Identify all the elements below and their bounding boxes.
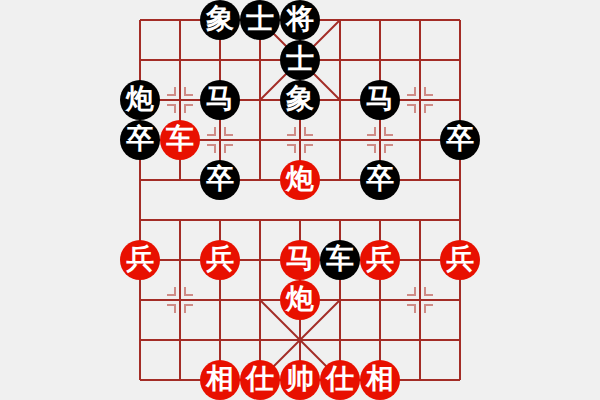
intersection[interactable]: 炮 [280,160,320,200]
star-corner [224,127,233,136]
star-corner [407,87,416,96]
intersection[interactable] [160,280,200,320]
intersection[interactable]: 士 [240,0,280,40]
piece-red-elephant[interactable]: 相 [200,360,240,400]
piece-black-cannon[interactable]: 炮 [120,80,160,120]
piece-red-pawn[interactable]: 兵 [120,240,160,280]
intersection[interactable] [240,120,280,160]
piece-black-pawn[interactable]: 卒 [120,120,160,160]
intersection[interactable] [400,120,440,160]
intersection[interactable]: 炮 [280,280,320,320]
piece-red-cannon[interactable]: 炮 [280,280,320,320]
intersection[interactable] [360,200,400,240]
intersection[interactable] [440,280,480,320]
piece-red-pawn[interactable]: 兵 [360,240,400,280]
intersection[interactable]: 卒 [440,120,480,160]
intersection[interactable] [360,120,400,160]
intersection[interactable] [320,0,360,40]
star-corner [407,104,416,113]
board-intersections: 象士将士炮马象马卒车卒卒炮卒兵兵马车兵兵炮相仕帅仕相 [120,0,480,400]
intersection[interactable] [440,40,480,80]
intersection[interactable] [120,320,160,360]
star-corner [184,87,193,96]
intersection[interactable]: 车 [160,120,200,160]
star-corner [407,287,416,296]
intersection[interactable] [160,40,200,80]
piece-black-advisor[interactable]: 士 [240,0,280,40]
piece-black-elephant[interactable]: 象 [200,0,240,40]
piece-red-horse[interactable]: 马 [280,240,320,280]
intersection[interactable] [400,280,440,320]
intersection[interactable]: 兵 [440,240,480,280]
star-corner [184,104,193,113]
star-corner [384,144,393,153]
intersection[interactable] [240,280,280,320]
intersection[interactable] [320,40,360,80]
intersection[interactable]: 士 [280,40,320,80]
star-point-marker [207,127,233,153]
intersection[interactable]: 象 [200,0,240,40]
piece-black-pawn[interactable]: 卒 [360,160,400,200]
intersection[interactable] [120,280,160,320]
intersection[interactable] [360,280,400,320]
intersection[interactable]: 仕 [320,360,360,400]
xiangqi-board: 象士将士炮马象马卒车卒卒炮卒兵兵马车兵兵炮相仕帅仕相 [120,0,480,400]
star-corner [304,127,313,136]
intersection[interactable] [440,360,480,400]
piece-black-rook[interactable]: 车 [320,240,360,280]
intersection[interactable]: 炮 [120,80,160,120]
intersection[interactable] [120,200,160,240]
intersection[interactable] [320,80,360,120]
piece-black-horse[interactable]: 马 [360,80,400,120]
intersection[interactable] [320,200,360,240]
intersection[interactable] [120,0,160,40]
intersection[interactable] [320,120,360,160]
intersection[interactable] [200,120,240,160]
intersection[interactable] [440,80,480,120]
piece-black-horse[interactable]: 马 [200,80,240,120]
star-corner [224,144,233,153]
star-corner [424,304,433,313]
intersection[interactable] [320,320,360,360]
intersection[interactable] [200,320,240,360]
star-corner [167,87,176,96]
intersection[interactable] [240,160,280,200]
star-corner [167,104,176,113]
intersection[interactable] [400,0,440,40]
piece-black-pawn[interactable]: 卒 [440,120,480,160]
star-corner [407,304,416,313]
intersection[interactable]: 马 [200,80,240,120]
piece-red-elephant[interactable]: 相 [360,360,400,400]
star-corner [287,127,296,136]
intersection[interactable]: 相 [360,360,400,400]
intersection[interactable]: 车 [320,240,360,280]
intersection[interactable] [320,280,360,320]
intersection[interactable]: 卒 [360,160,400,200]
intersection[interactable] [440,320,480,360]
star-point-marker [287,127,313,153]
intersection[interactable] [400,240,440,280]
intersection[interactable] [160,80,200,120]
intersection[interactable]: 将 [280,0,320,40]
piece-black-advisor[interactable]: 士 [280,40,320,80]
piece-black-king[interactable]: 将 [280,0,320,40]
intersection[interactable]: 卒 [120,120,160,160]
star-point-marker [407,287,433,313]
piece-red-rook[interactable]: 车 [160,120,200,160]
intersection[interactable] [160,360,200,400]
star-corner [207,127,216,136]
intersection[interactable] [280,120,320,160]
intersection[interactable]: 帅 [280,360,320,400]
star-point-marker [167,287,193,313]
intersection[interactable] [240,200,280,240]
piece-black-pawn[interactable]: 卒 [200,160,240,200]
star-corner [424,104,433,113]
star-corner [207,144,216,153]
intersection[interactable] [360,0,400,40]
intersection[interactable] [240,240,280,280]
intersection[interactable] [400,360,440,400]
piece-red-advisor[interactable]: 仕 [240,360,280,400]
star-point-marker [367,127,393,153]
intersection[interactable]: 马 [360,80,400,120]
intersection[interactable] [160,200,200,240]
piece-red-advisor[interactable]: 仕 [320,360,360,400]
piece-red-king[interactable]: 帅 [280,360,320,400]
intersection[interactable]: 卒 [200,160,240,200]
intersection[interactable]: 兵 [200,240,240,280]
piece-red-pawn[interactable]: 兵 [200,240,240,280]
intersection[interactable] [200,40,240,80]
intersection[interactable] [440,160,480,200]
star-corner [304,144,313,153]
intersection[interactable] [240,80,280,120]
intersection[interactable] [280,320,320,360]
star-corner [167,287,176,296]
intersection[interactable] [240,320,280,360]
intersection[interactable] [280,200,320,240]
intersection[interactable] [160,0,200,40]
intersection[interactable] [160,320,200,360]
piece-red-pawn[interactable]: 兵 [440,240,480,280]
star-corner [184,304,193,313]
intersection[interactable] [240,40,280,80]
intersection[interactable] [360,40,400,80]
intersection[interactable]: 象 [280,80,320,120]
intersection[interactable] [320,160,360,200]
intersection[interactable]: 马 [280,240,320,280]
intersection[interactable] [400,160,440,200]
piece-red-cannon[interactable]: 炮 [280,160,320,200]
intersection[interactable] [160,160,200,200]
intersection[interactable] [400,200,440,240]
intersection[interactable]: 相 [200,360,240,400]
intersection[interactable] [400,40,440,80]
intersection[interactable] [160,240,200,280]
intersection[interactable]: 兵 [360,240,400,280]
intersection[interactable]: 仕 [240,360,280,400]
intersection[interactable] [440,200,480,240]
intersection[interactable] [200,200,240,240]
star-corner [184,287,193,296]
screen: 象士将士炮马象马卒车卒卒炮卒兵兵马车兵兵炮相仕帅仕相 [0,0,600,400]
piece-black-elephant[interactable]: 象 [280,80,320,120]
star-corner [167,304,176,313]
star-corner [424,287,433,296]
intersection[interactable]: 兵 [120,240,160,280]
intersection[interactable] [120,360,160,400]
intersection[interactable] [360,320,400,360]
star-corner [424,87,433,96]
star-corner [287,144,296,153]
intersection[interactable] [400,80,440,120]
star-corner [367,144,376,153]
star-corner [384,127,393,136]
star-point-marker [407,87,433,113]
intersection[interactable] [200,280,240,320]
star-point-marker [167,87,193,113]
intersection[interactable] [400,320,440,360]
intersection[interactable] [120,160,160,200]
intersection[interactable] [440,0,480,40]
star-corner [367,127,376,136]
intersection[interactable] [120,40,160,80]
